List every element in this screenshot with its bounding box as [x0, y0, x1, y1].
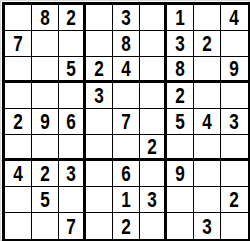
given-digit: 5	[40, 188, 50, 211]
given-digit: 4	[202, 110, 212, 133]
cell-r4c4[interactable]: 3	[86, 83, 113, 109]
given-digit: 2	[202, 32, 212, 55]
cell-r9c5[interactable]: 2	[113, 213, 140, 239]
cell-r2c4[interactable]	[86, 31, 113, 57]
cell-r4c3[interactable]	[59, 83, 86, 109]
cell-r3c4[interactable]: 2	[86, 57, 113, 83]
cell-r8c7[interactable]	[167, 187, 194, 213]
cell-r6c2[interactable]	[32, 135, 59, 161]
cell-r6c9[interactable]	[221, 135, 248, 161]
cell-r1c7[interactable]: 1	[167, 5, 194, 31]
cell-r5c7[interactable]: 5	[167, 109, 194, 135]
cell-r7c8[interactable]	[194, 161, 221, 187]
cell-r8c6[interactable]: 3	[140, 187, 167, 213]
cell-r9c4[interactable]	[86, 213, 113, 239]
cell-r5c2[interactable]: 9	[32, 109, 59, 135]
cell-r9c9[interactable]	[221, 213, 248, 239]
cell-r3c1[interactable]	[5, 57, 32, 83]
cell-r4c5[interactable]	[113, 83, 140, 109]
given-digit: 8	[121, 32, 131, 55]
given-digit: 1	[121, 188, 131, 211]
cell-r8c3[interactable]	[59, 187, 86, 213]
cell-r1c5[interactable]: 3	[113, 5, 140, 31]
cell-r6c6[interactable]: 2	[140, 135, 167, 161]
given-digit: 4	[230, 6, 240, 29]
gridline-stub-horizontal	[0, 0, 250, 1]
cell-r1c9[interactable]: 4	[221, 5, 248, 31]
cell-r9c6[interactable]	[140, 213, 167, 239]
given-digit: 4	[121, 57, 131, 80]
cell-r8c5[interactable]: 1	[113, 187, 140, 213]
given-digit: 8	[40, 6, 50, 29]
cell-r7c6[interactable]	[140, 161, 167, 187]
given-digit: 3	[121, 6, 131, 29]
cell-r8c4[interactable]	[86, 187, 113, 213]
cell-r7c9[interactable]	[221, 161, 248, 187]
cell-r8c1[interactable]	[5, 187, 32, 213]
given-digit: 9	[230, 57, 240, 80]
cell-r2c9[interactable]	[221, 31, 248, 57]
given-digit: 2	[94, 57, 104, 80]
cell-r4c2[interactable]	[32, 83, 59, 109]
given-digit: 2	[121, 215, 131, 238]
cell-r3c3[interactable]: 5	[59, 57, 86, 83]
cell-r1c1[interactable]	[5, 5, 32, 31]
sudoku-page: 823147832524893229675432423695132723	[0, 0, 250, 241]
given-digit: 6	[121, 162, 131, 185]
cell-r2c2[interactable]	[32, 31, 59, 57]
cell-r2c1[interactable]: 7	[5, 31, 32, 57]
given-digit: 5	[175, 110, 185, 133]
cell-r2c5[interactable]: 8	[113, 31, 140, 57]
cell-r8c2[interactable]: 5	[32, 187, 59, 213]
given-digit: 3	[94, 84, 104, 107]
cell-r6c4[interactable]	[86, 135, 113, 161]
cell-r3c2[interactable]	[32, 57, 59, 83]
cell-r5c6[interactable]	[140, 109, 167, 135]
cell-r9c7[interactable]	[167, 213, 194, 239]
cell-r3c8[interactable]	[194, 57, 221, 83]
cell-r2c6[interactable]	[140, 31, 167, 57]
cell-r5c1[interactable]: 2	[5, 109, 32, 135]
given-digit: 3	[230, 110, 240, 133]
cell-r7c2[interactable]: 2	[32, 161, 59, 187]
cell-r1c4[interactable]	[86, 5, 113, 31]
cell-r5c8[interactable]: 4	[194, 109, 221, 135]
cell-r5c4[interactable]	[86, 109, 113, 135]
given-digit: 2	[13, 110, 23, 133]
cell-r1c2[interactable]: 8	[32, 5, 59, 31]
given-digit: 2	[175, 84, 185, 107]
given-digit: 9	[175, 162, 185, 185]
given-digit: 3	[66, 162, 76, 185]
cell-r6c8[interactable]	[194, 135, 221, 161]
cell-r6c7[interactable]	[167, 135, 194, 161]
cell-r3c7[interactable]: 8	[167, 57, 194, 83]
given-digit: 4	[13, 162, 23, 185]
cell-r5c3[interactable]: 6	[59, 109, 86, 135]
cell-r2c7[interactable]: 3	[167, 31, 194, 57]
cell-r2c8[interactable]: 2	[194, 31, 221, 57]
given-digit: 7	[66, 215, 76, 238]
cell-r7c1[interactable]: 4	[5, 161, 32, 187]
given-digit: 5	[66, 57, 76, 80]
cell-r1c8[interactable]	[194, 5, 221, 31]
given-digit: 3	[202, 215, 212, 238]
cell-r6c3[interactable]	[59, 135, 86, 161]
cell-r7c4[interactable]	[86, 161, 113, 187]
cell-r9c3[interactable]: 7	[59, 213, 86, 239]
sudoku-board: 823147832524893229675432423695132723	[2, 2, 250, 241]
cell-r2c3[interactable]	[59, 31, 86, 57]
cell-r6c5[interactable]	[113, 135, 140, 161]
cell-r3c5[interactable]: 4	[113, 57, 140, 83]
cell-r4c7[interactable]: 2	[167, 83, 194, 109]
cell-r3c6[interactable]	[140, 57, 167, 83]
cell-r1c6[interactable]	[140, 5, 167, 31]
given-digit: 2	[66, 6, 76, 29]
cell-r3c9[interactable]: 9	[221, 57, 248, 83]
cell-r4c6[interactable]	[140, 83, 167, 109]
given-digit: 7	[121, 110, 131, 133]
cell-r4c1[interactable]	[5, 83, 32, 109]
cell-r6c1[interactable]	[5, 135, 32, 161]
given-digit: 8	[175, 57, 185, 80]
given-digit: 9	[40, 110, 50, 133]
given-digit: 3	[175, 32, 185, 55]
cell-r8c9[interactable]: 2	[221, 187, 248, 213]
cell-r4c9[interactable]	[221, 83, 248, 109]
cell-r4c8[interactable]	[194, 83, 221, 109]
cell-r1c3[interactable]: 2	[59, 5, 86, 31]
cell-r5c9[interactable]: 3	[221, 109, 248, 135]
cell-r9c8[interactable]: 3	[194, 213, 221, 239]
given-digit: 2	[40, 162, 50, 185]
given-digit: 2	[230, 188, 240, 211]
cell-r8c8[interactable]	[194, 187, 221, 213]
cell-r9c1[interactable]	[5, 213, 32, 239]
cell-r7c3[interactable]: 3	[59, 161, 86, 187]
given-digit: 1	[175, 6, 185, 29]
cell-r9c2[interactable]	[32, 213, 59, 239]
given-digit: 2	[147, 135, 157, 158]
given-digit: 3	[147, 188, 157, 211]
cell-r5c5[interactable]: 7	[113, 109, 140, 135]
cell-r7c5[interactable]: 6	[113, 161, 140, 187]
given-digit: 6	[66, 110, 76, 133]
cell-r7c7[interactable]: 9	[167, 161, 194, 187]
given-digit: 7	[13, 32, 23, 55]
gridline-stub-vertical	[0, 0, 1, 241]
